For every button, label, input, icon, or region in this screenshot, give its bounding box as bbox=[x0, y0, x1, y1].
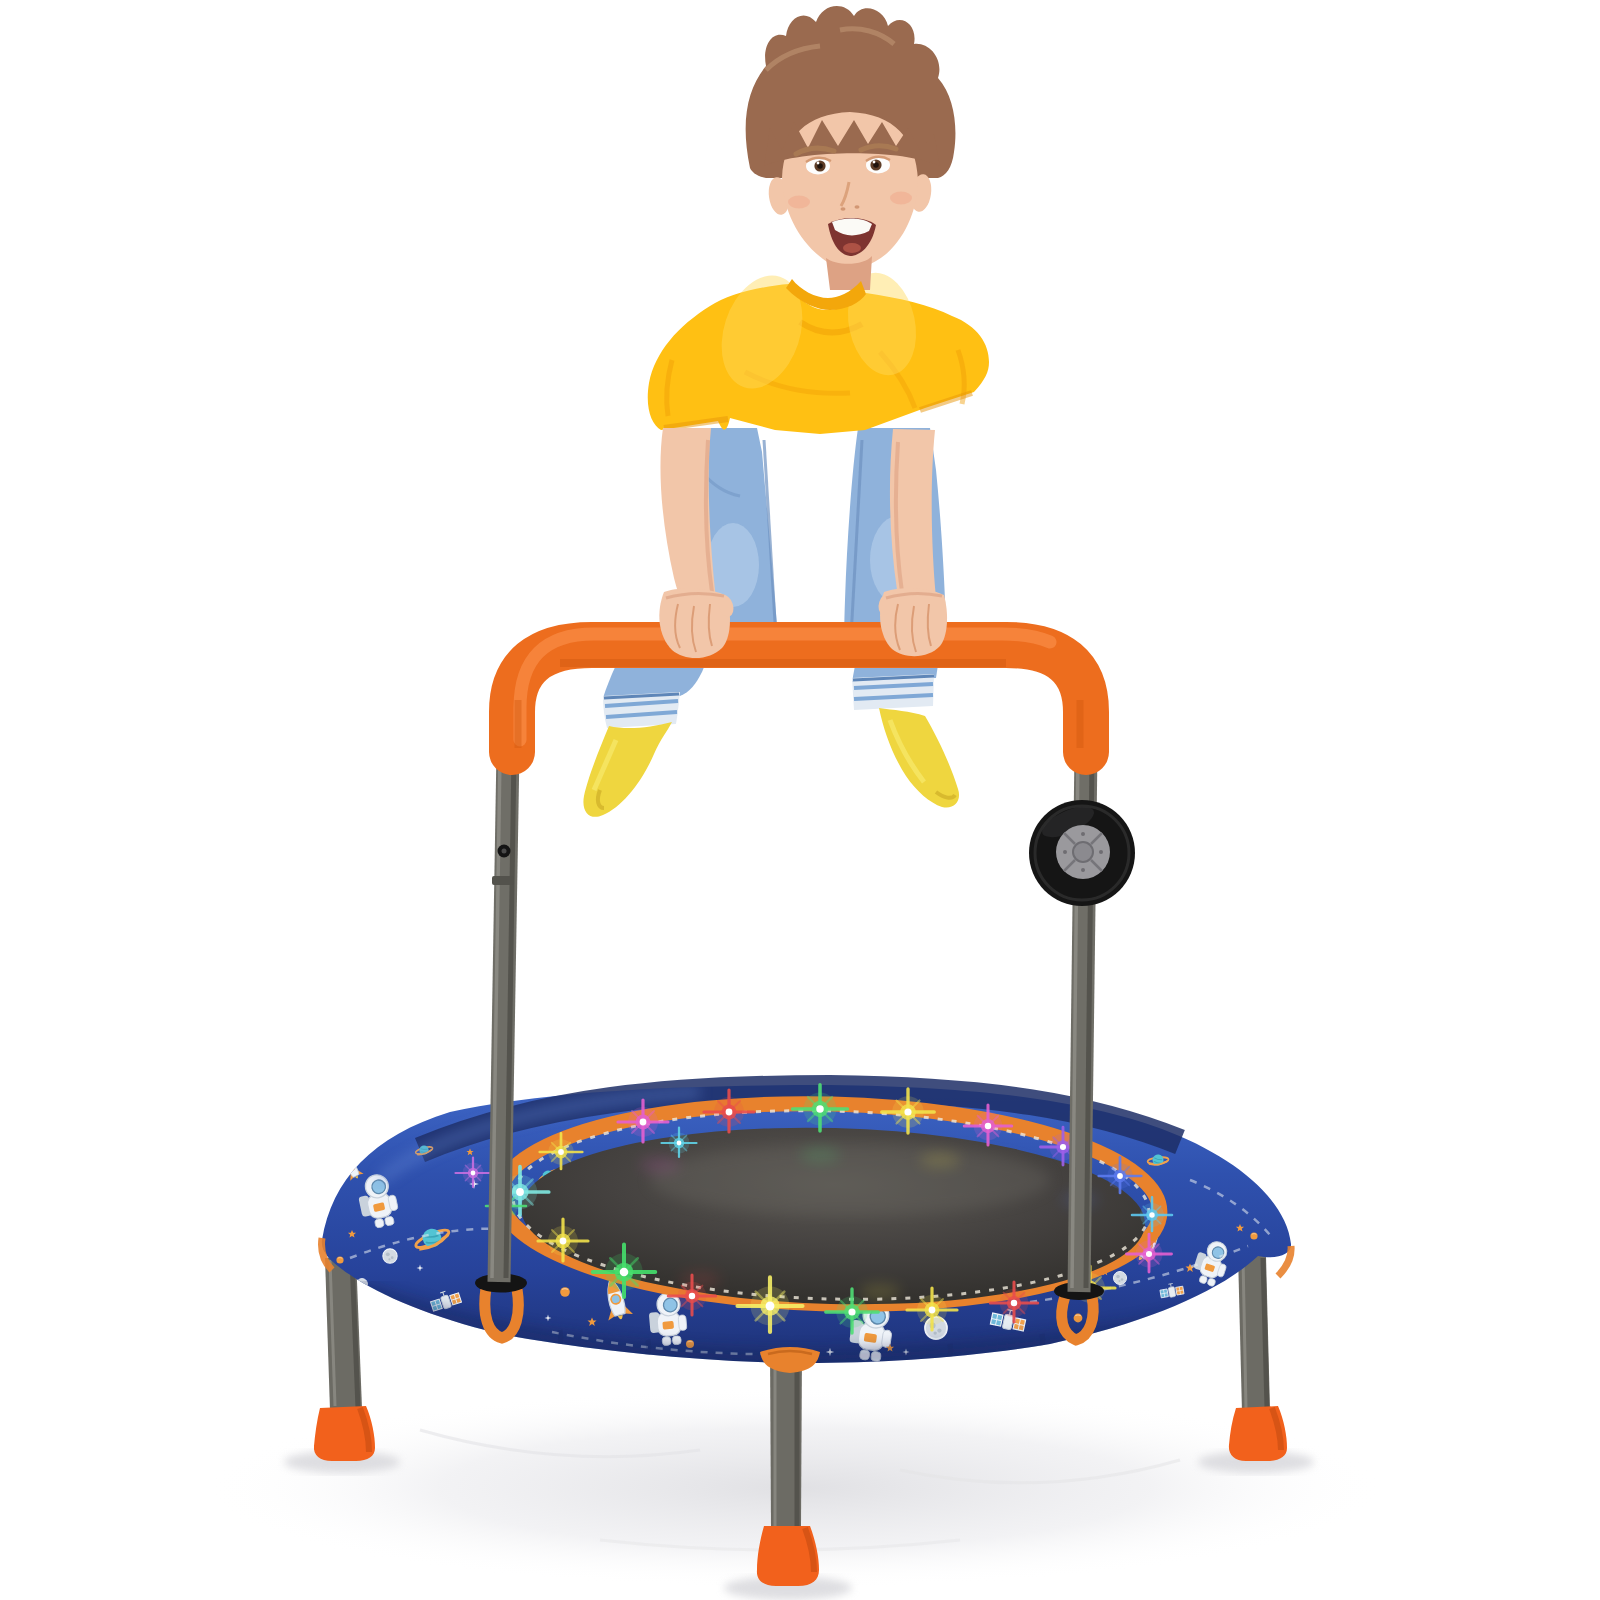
handlebar-pole-left bbox=[492, 750, 514, 1282]
planet-motif bbox=[336, 1256, 343, 1263]
moon-motif bbox=[1114, 1272, 1127, 1285]
boy-eye-right bbox=[866, 157, 890, 174]
planet-motif bbox=[560, 1287, 570, 1297]
planet-motif bbox=[1074, 1314, 1083, 1323]
product-photo bbox=[0, 0, 1600, 1600]
moon-motif bbox=[383, 1249, 397, 1263]
boy-forearm-right bbox=[890, 429, 936, 600]
planet-motif bbox=[1250, 1232, 1257, 1239]
scene-svg bbox=[0, 0, 1600, 1600]
pole-joint-left bbox=[492, 876, 514, 885]
bluetooth-speaker bbox=[1029, 800, 1135, 906]
